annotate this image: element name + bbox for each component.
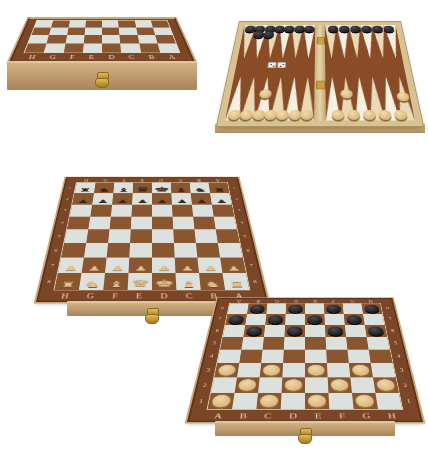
checkers-square: [228, 303, 249, 314]
checkers-rank-label: 3: [399, 368, 404, 373]
chess-file-label: E: [136, 292, 142, 300]
chess-piece-white-pawn: ♟: [180, 266, 194, 272]
checkers-rank-label: 4: [209, 354, 214, 359]
checkers-square: [344, 314, 365, 325]
backgammon-checker-light: [288, 110, 301, 120]
chess-piece-black-pawn: ♟: [215, 199, 227, 204]
chess-piece-black-queen: ♛: [134, 186, 150, 192]
closed-box-square: [153, 28, 173, 36]
chess-square: [111, 205, 132, 217]
chess-square: [61, 243, 86, 258]
checkers-square: [264, 325, 285, 337]
checkers-square: [260, 363, 283, 377]
closed-box-square: [83, 43, 102, 52]
chess-square: [67, 217, 90, 230]
chess-file-label: H: [61, 292, 70, 300]
chess-rank-label: 2: [66, 197, 70, 201]
chess-square: ♜: [75, 183, 96, 194]
closed-box-square: [51, 21, 69, 28]
checkers-file-label: A: [213, 411, 222, 419]
closed-box-file-label: A: [168, 54, 176, 60]
chess-square: [173, 217, 195, 230]
checkers-square: [363, 314, 385, 325]
chess-rank-label: 3: [63, 208, 67, 212]
checkers-square: [266, 303, 286, 314]
closed-box-checker-grid: [23, 20, 180, 53]
chess-piece-black-pawn: ♟: [116, 199, 128, 204]
chess-piece-black-pawn: ♟: [77, 199, 89, 204]
checkers-rank-label: 3: [206, 368, 211, 373]
checkers-square: [347, 350, 370, 363]
product-photo-canvas: { "game": "3-in-1 folding wooden board g…: [0, 0, 428, 450]
chess-square: [192, 205, 214, 217]
checkers-square: [305, 325, 326, 337]
checker-light: [376, 379, 396, 391]
chess-rank-label: 6: [54, 248, 58, 253]
checkers-square: [241, 337, 264, 350]
checkers-square: [284, 325, 305, 337]
checkers-rank-label: 7: [388, 317, 392, 321]
checker-light: [263, 365, 281, 376]
checkers-square: [305, 393, 329, 410]
chess-piece-white-pawn: ♟: [203, 266, 217, 272]
checker-light: [217, 365, 236, 376]
chess-piece-black-pawn: ♟: [97, 199, 109, 204]
chess-square: [88, 217, 111, 230]
chess-square: ♟: [92, 193, 113, 204]
checkers-square: [282, 363, 305, 377]
chess-square: [84, 243, 108, 258]
checkers-square: [286, 303, 305, 314]
checkers-rank-label: 8: [220, 306, 224, 310]
checkers-rank-label: 2: [403, 383, 408, 389]
checkers-scene: ABCDEFGH 87654321 87654321 ABCDEFGH: [182, 280, 428, 422]
checkers-file-label: F: [339, 411, 346, 419]
backgammon-checker-light: [363, 110, 377, 120]
backgammon-checker-black: [304, 26, 315, 33]
checkers-rank-label: 6: [215, 329, 219, 333]
chess-rank-label: 3: [237, 208, 241, 212]
checkers-square: [305, 337, 326, 350]
chess-square: [216, 229, 240, 243]
checker-dark: [367, 327, 384, 336]
checkers-square: [371, 363, 396, 377]
checkers-square: [211, 377, 237, 392]
chess-square: [173, 229, 196, 243]
chess-piece-black-pawn: ♟: [196, 199, 208, 204]
chess-grid: ♜♞♝♛♚♝♞♜♟♟♟♟♟♟♟♟♟♟♟♟♟♟♟♟♜♞♝♛♚♝♞♜: [53, 182, 250, 290]
backgammon-checker-black: [328, 26, 339, 33]
chess-square: ♞: [190, 183, 210, 194]
checkers-file-label: H: [387, 411, 396, 419]
chess-square: [129, 243, 152, 258]
die-icon: [267, 62, 276, 68]
photo-closed-box: HGFEDCBA: [4, 10, 200, 90]
chess-rank-label: 1: [68, 186, 71, 189]
checkers-square: [305, 363, 328, 377]
checkers-square: [225, 314, 247, 325]
chess-square: ♟: [132, 193, 152, 204]
chess-square: ♟: [105, 258, 129, 274]
closed-box-scene: HGFEDCBA: [4, 10, 200, 62]
chess-square: ♟: [152, 258, 176, 274]
checkers-square: [343, 303, 363, 314]
checker-light: [355, 395, 375, 408]
checkers-board: ABCDEFGH 87654321 87654321 ABCDEFGH: [187, 298, 423, 422]
checker-dark: [268, 315, 284, 323]
checkers-square: [285, 314, 305, 325]
checker-dark: [364, 305, 380, 313]
checkers-square: [235, 377, 260, 392]
chess-square: [70, 205, 92, 217]
chess-square: [214, 217, 237, 230]
chess-file-label: F: [112, 292, 118, 300]
chess-square: ♞: [94, 183, 114, 194]
die-pip: [279, 65, 281, 66]
backgammon-checker-light: [332, 110, 345, 120]
chess-square: [108, 229, 131, 243]
checker-dark: [287, 327, 303, 336]
checkers-rank-label: 5: [393, 341, 397, 346]
closed-box-square: [47, 35, 67, 43]
chess-piece-white-queen: ♛: [130, 279, 150, 289]
checkers-rank-label: 4: [396, 354, 401, 359]
closed-box-square: [102, 35, 120, 43]
chess-square: [152, 205, 173, 217]
chess-square: ♝: [171, 183, 191, 194]
backgammon-checker-light: [347, 110, 360, 120]
closed-box-square: [151, 21, 170, 28]
checkers-square: [349, 363, 373, 377]
checkers-square: [239, 350, 262, 363]
chess-square: ♟: [171, 193, 192, 204]
chess-square: [196, 243, 220, 258]
chess-square: ♟: [128, 258, 152, 274]
closed-box-square: [102, 28, 120, 36]
checker-light: [284, 379, 302, 391]
checkers-square: [263, 337, 285, 350]
closed-box-square: [120, 43, 140, 52]
checker-dark: [346, 315, 362, 323]
chess-square: ♝: [113, 183, 133, 194]
checkers-square: [328, 393, 353, 410]
chess-square: [172, 205, 193, 217]
checkers-rank-label: 7: [218, 317, 222, 321]
checkers-square: [361, 303, 382, 314]
checker-dark: [288, 305, 303, 313]
chess-square: ♜: [208, 183, 229, 194]
backgammon-checker-black: [339, 26, 350, 33]
checkers-rank-label: 1: [406, 399, 411, 405]
closed-box-square: [102, 43, 121, 52]
checkers-square: [258, 377, 282, 392]
chess-square: [218, 243, 243, 258]
checkers-square: [324, 314, 345, 325]
closed-box-square: [84, 28, 102, 36]
chess-square: [152, 243, 175, 258]
chess-square: ♚: [152, 273, 176, 290]
chess-piece-black-rook: ♜: [78, 188, 91, 193]
checkers-square: [327, 363, 350, 377]
chess-square: [90, 205, 112, 217]
checkers-square: [305, 314, 325, 325]
chess-piece-black-knight: ♞: [193, 187, 207, 192]
checker-dark: [327, 327, 343, 336]
checker-light: [238, 379, 257, 391]
checker-dark: [326, 305, 341, 313]
photo-checkers: ABCDEFGH 87654321 87654321 ABCDEFGH: [182, 280, 428, 436]
chess-square: ♟: [220, 258, 246, 274]
closed-box-square: [68, 21, 86, 28]
checker-light: [308, 395, 326, 408]
chess-piece-black-king: ♚: [153, 186, 170, 192]
checkers-square: [365, 325, 387, 337]
chess-square: [174, 243, 197, 258]
checkers-square: [328, 377, 352, 392]
checkers-square: [375, 393, 402, 410]
checkers-grid: [207, 303, 404, 410]
chess-square: ♟: [72, 193, 94, 204]
checkers-file-label: E: [315, 411, 322, 419]
checkers-square: [350, 377, 375, 392]
chess-square: [131, 205, 152, 217]
checkers-rank-label: 2: [202, 383, 207, 389]
closed-box-file-label: H: [28, 54, 36, 60]
checkers-rank-label: 5: [212, 341, 216, 346]
checkers-near-letter-rail: ABCDEFGH: [204, 410, 405, 421]
chess-square: ♟: [81, 258, 106, 274]
hinge-icon: [316, 81, 325, 90]
chess-piece-white-pawn: ♟: [87, 266, 101, 272]
chess-square: ♜: [55, 273, 82, 290]
checkers-square: [325, 325, 346, 337]
chess-piece-white-pawn: ♟: [226, 266, 240, 272]
checkers-square: [247, 303, 267, 314]
die-pip: [272, 65, 274, 66]
checkers-square: [237, 363, 261, 377]
chess-square: [212, 205, 234, 217]
backgammon-left-half: [225, 25, 315, 120]
chess-square: [194, 229, 217, 243]
chess-square: ♟: [210, 193, 232, 204]
backgammon-board: [217, 22, 423, 126]
closed-box-square: [44, 43, 65, 52]
checkers-square: [256, 393, 281, 410]
checker-dark: [249, 305, 265, 313]
checker-dark: [246, 327, 263, 336]
closed-box-file-label: B: [148, 54, 155, 60]
closed-box-file-label: D: [108, 54, 115, 60]
chess-square: ♚: [152, 183, 171, 194]
chess-piece-black-bishop: ♝: [174, 187, 188, 192]
closed-box-square: [155, 35, 176, 43]
checker-dark: [307, 315, 322, 323]
chess-rank-label: 7: [50, 263, 54, 268]
checkers-file-label: G: [362, 411, 371, 419]
closed-box-square: [65, 35, 84, 43]
checkers-square: [214, 363, 239, 377]
clasp-icon: [94, 72, 110, 88]
checkers-square: [352, 393, 378, 410]
backgammon-checker-black: [372, 26, 383, 33]
closed-box-file-label: F: [69, 54, 75, 60]
checkers-rank-label: 8: [386, 306, 390, 310]
checkers-square: [232, 393, 258, 410]
chess-square: ♛: [133, 183, 152, 194]
closed-box-square: [118, 21, 136, 28]
die-pip: [282, 64, 284, 65]
chess-square: [107, 243, 130, 258]
chess-rank-label: 1: [232, 186, 235, 189]
closed-box-top-board: HGFEDCBA: [9, 18, 195, 62]
checkers-square: [223, 325, 245, 337]
closed-box-square: [120, 35, 139, 43]
checker-light: [308, 365, 325, 376]
checkers-file-label: D: [289, 411, 297, 419]
checkers-square: [283, 350, 305, 363]
chess-piece-white-pawn: ♟: [110, 266, 124, 272]
checkers-square: [367, 337, 390, 350]
chess-square: ♝: [103, 273, 128, 290]
chess-rank-label: 5: [57, 234, 61, 238]
photo-backgammon: [212, 6, 428, 133]
backgammon-checker-black: [350, 26, 361, 33]
chess-rank-label: 4: [60, 221, 64, 225]
chess-rank-label: 7: [249, 263, 253, 268]
clasp-icon: [144, 308, 160, 324]
chess-square: ♛: [128, 273, 152, 290]
chess-piece-black-knight: ♞: [97, 187, 111, 192]
checkers-square: [305, 303, 324, 314]
checkers-square: [305, 377, 328, 392]
chess-rank-label: 2: [235, 197, 239, 201]
checkers-rank-label: 1: [199, 399, 204, 405]
chess-piece-white-rook: ♜: [59, 281, 76, 289]
checker-light: [352, 365, 370, 376]
chess-rank-label: 4: [240, 221, 244, 225]
closed-box-square: [85, 21, 102, 28]
chess-square: [64, 229, 88, 243]
chess-piece-white-pawn: ♟: [157, 266, 171, 272]
chess-rank-label: 8: [47, 279, 52, 284]
checker-light: [259, 395, 278, 408]
checkers-file-label: C: [264, 411, 272, 419]
chess-square: ♟: [191, 193, 212, 204]
checkers-square: [369, 350, 393, 363]
backgammon-scene: [212, 6, 428, 126]
closed-box-square: [119, 28, 137, 36]
backgammon-checker-black: [294, 26, 305, 33]
backgammon-checker-light: [340, 89, 353, 98]
checker-light: [330, 379, 348, 391]
checker-dark: [228, 315, 244, 323]
chess-piece-white-pawn: ♟: [134, 266, 148, 272]
closed-box-file-label: E: [89, 54, 95, 60]
closed-box-file-label: C: [128, 54, 135, 60]
checkers-file-label: B: [239, 411, 247, 419]
checker-light: [211, 395, 231, 408]
chess-file-label: D: [160, 292, 167, 300]
chess-piece-white-bishop: ♝: [107, 280, 125, 288]
checkers-square: [208, 393, 235, 410]
checkers-square: [282, 377, 305, 392]
chess-piece-black-rook: ♜: [213, 188, 226, 193]
closed-box-square: [102, 21, 119, 28]
backgammon-checker-light: [300, 110, 313, 120]
hinge-icon: [317, 37, 325, 44]
chess-square: [152, 229, 174, 243]
checkers-square: [345, 325, 367, 337]
chess-piece-white-pawn: ♟: [63, 266, 77, 272]
checkers-square: [220, 337, 243, 350]
checkers-square: [243, 325, 265, 337]
clasp-icon: [297, 428, 313, 444]
chess-square: [131, 217, 152, 230]
checkers-square: [284, 337, 305, 350]
backgammon-checker-black: [383, 26, 395, 33]
chess-square: ♟: [175, 258, 199, 274]
backgammon-checker-black: [361, 26, 372, 33]
chess-file-label: G: [86, 292, 94, 300]
chess-piece-white-king: ♚: [154, 279, 175, 289]
checkers-square: [245, 314, 266, 325]
checkers-square: [261, 350, 284, 363]
checkers-square: [373, 377, 399, 392]
chess-rank-label: 5: [243, 234, 247, 238]
closed-box-square: [134, 21, 152, 28]
closed-box-square: [157, 43, 179, 52]
checkers-square: [281, 393, 305, 410]
closed-box-square: [49, 28, 68, 36]
chess-piece-black-bishop: ♝: [116, 187, 130, 192]
closed-box-file-label: G: [49, 54, 57, 60]
chess-rank-label: 6: [246, 248, 250, 253]
checkers-square: [346, 337, 369, 350]
checkers-square: [305, 350, 327, 363]
backgammon-checker-light: [378, 110, 392, 120]
closed-box-front-face: [7, 61, 197, 90]
chess-piece-black-pawn: ♟: [136, 199, 147, 204]
checkers-box-front: [215, 421, 395, 436]
die-icon: [277, 62, 286, 68]
chess-square: ♟: [197, 258, 222, 274]
closed-box-square: [84, 35, 102, 43]
checkers-square: [326, 350, 349, 363]
chess-square: ♟: [112, 193, 133, 204]
checkers-rank-label: 6: [391, 329, 395, 333]
checkers-square: [217, 350, 241, 363]
chess-square: ♟: [152, 193, 172, 204]
chess-square: ♟: [58, 258, 84, 274]
chess-square: ♞: [79, 273, 105, 290]
closed-box-square: [63, 43, 83, 52]
chess-square: [193, 217, 216, 230]
checkers-square: [324, 303, 344, 314]
chess-square: [86, 229, 109, 243]
closed-box-letter-rail: HGFEDCBA: [21, 53, 184, 60]
checkers-square: [326, 337, 348, 350]
backgammon-right-half: [325, 25, 415, 120]
chess-piece-black-pawn: ♟: [176, 199, 188, 204]
chess-square: [152, 217, 173, 230]
chess-piece-black-pawn: ♟: [156, 199, 167, 204]
die-pip: [270, 64, 272, 65]
checkers-square: [265, 314, 286, 325]
chess-piece-white-knight: ♞: [83, 281, 100, 289]
chess-square: [110, 217, 132, 230]
closed-box-square: [67, 28, 85, 36]
chess-square: [130, 229, 152, 243]
